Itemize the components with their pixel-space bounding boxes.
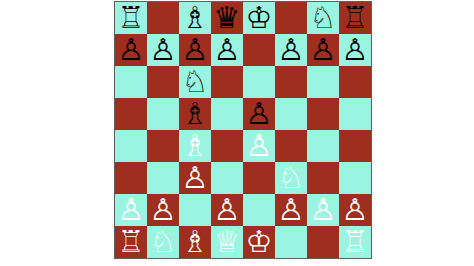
square-c1[interactable]: ♗ [179,226,211,258]
square-b6[interactable] [147,66,179,98]
piece-black-pawn[interactable]: ♙ [342,34,369,66]
square-a2[interactable]: ♙ [115,194,147,226]
square-g7[interactable]: ♙ [307,34,339,66]
square-f7[interactable]: ♙ [275,34,307,66]
square-b7[interactable]: ♙ [147,34,179,66]
square-d3[interactable] [211,162,243,194]
square-a3[interactable] [115,162,147,194]
square-a6[interactable] [115,66,147,98]
piece-black-bishop[interactable]: ♗ [182,2,209,34]
square-g2[interactable]: ♙ [307,194,339,226]
square-f6[interactable] [275,66,307,98]
square-h4[interactable] [339,130,371,162]
square-d4[interactable] [211,130,243,162]
square-e8[interactable]: ♔ [243,2,275,34]
square-h5[interactable] [339,98,371,130]
square-b2[interactable]: ♙ [147,194,179,226]
square-g3[interactable] [307,162,339,194]
square-a7[interactable]: ♙ [115,34,147,66]
square-f5[interactable] [275,98,307,130]
chess-board: ♖♗♛♔♘♖♙♙♙♙♙♙♙♘♗♙♗♙♙♘♙♙♙♙♙♙♖♘♗♕♔♖ [114,1,372,259]
piece-black-king[interactable]: ♔ [246,2,273,34]
square-h2[interactable]: ♙ [339,194,371,226]
square-c8[interactable]: ♗ [179,2,211,34]
square-b5[interactable] [147,98,179,130]
square-c6[interactable]: ♘ [179,66,211,98]
square-a1[interactable]: ♖ [115,226,147,258]
piece-black-bishop[interactable]: ♗ [182,98,209,130]
piece-white-bishop[interactable]: ♗ [182,226,209,258]
square-e4[interactable]: ♙ [243,130,275,162]
piece-white-rook[interactable]: ♖ [342,226,369,258]
piece-black-rook[interactable]: ♖ [342,2,369,34]
square-f1[interactable] [275,226,307,258]
square-d2[interactable]: ♙ [211,194,243,226]
piece-white-pawn[interactable]: ♙ [278,194,305,226]
square-g8[interactable]: ♘ [307,2,339,34]
square-b4[interactable] [147,130,179,162]
piece-black-pawn[interactable]: ♙ [150,34,177,66]
square-g5[interactable] [307,98,339,130]
square-e1[interactable]: ♔ [243,226,275,258]
piece-white-bishop[interactable]: ♗ [182,130,209,162]
square-c3[interactable]: ♙ [179,162,211,194]
square-e6[interactable] [243,66,275,98]
square-g1[interactable] [307,226,339,258]
piece-black-knight[interactable]: ♘ [182,66,209,98]
piece-black-pawn[interactable]: ♙ [214,34,241,66]
square-h8[interactable]: ♖ [339,2,371,34]
piece-black-pawn[interactable]: ♙ [182,34,209,66]
piece-white-pawn[interactable]: ♙ [310,194,337,226]
square-d1[interactable]: ♕ [211,226,243,258]
piece-black-pawn[interactable]: ♙ [310,34,337,66]
square-c2[interactable] [179,194,211,226]
piece-white-pawn[interactable]: ♙ [182,162,209,194]
piece-white-pawn[interactable]: ♙ [214,194,241,226]
piece-black-pawn[interactable]: ♙ [118,34,145,66]
square-f8[interactable] [275,2,307,34]
piece-white-king[interactable]: ♔ [246,226,273,258]
square-b3[interactable] [147,162,179,194]
square-f3[interactable]: ♘ [275,162,307,194]
square-h7[interactable]: ♙ [339,34,371,66]
piece-white-pawn[interactable]: ♙ [118,194,145,226]
piece-black-queen[interactable]: ♛ [214,2,241,34]
page: ♖♗♛♔♘♖♙♙♙♙♙♙♙♘♗♙♗♙♙♘♙♙♙♙♙♙♖♘♗♕♔♖ [0,0,474,266]
piece-white-pawn[interactable]: ♙ [246,130,273,162]
square-g6[interactable] [307,66,339,98]
piece-black-knight[interactable]: ♘ [310,2,337,34]
square-h1[interactable]: ♖ [339,226,371,258]
square-g4[interactable] [307,130,339,162]
square-c5[interactable]: ♗ [179,98,211,130]
square-a4[interactable] [115,130,147,162]
square-f4[interactable] [275,130,307,162]
piece-white-pawn[interactable]: ♙ [150,194,177,226]
square-d7[interactable]: ♙ [211,34,243,66]
square-d8[interactable]: ♛ [211,2,243,34]
square-e3[interactable] [243,162,275,194]
piece-black-rook[interactable]: ♖ [118,2,145,34]
piece-white-queen[interactable]: ♕ [214,226,241,258]
square-a8[interactable]: ♖ [115,2,147,34]
piece-black-pawn[interactable]: ♙ [246,98,273,130]
square-h3[interactable] [339,162,371,194]
square-b8[interactable] [147,2,179,34]
square-d6[interactable] [211,66,243,98]
piece-white-knight[interactable]: ♘ [278,162,305,194]
square-h6[interactable] [339,66,371,98]
square-e2[interactable] [243,194,275,226]
square-c4[interactable]: ♗ [179,130,211,162]
square-e5[interactable]: ♙ [243,98,275,130]
piece-black-pawn[interactable]: ♙ [278,34,305,66]
square-f2[interactable]: ♙ [275,194,307,226]
square-a5[interactable] [115,98,147,130]
piece-white-knight[interactable]: ♘ [150,226,177,258]
square-d5[interactable] [211,98,243,130]
piece-white-rook[interactable]: ♖ [118,226,145,258]
piece-white-pawn[interactable]: ♙ [342,194,369,226]
square-e7[interactable] [243,34,275,66]
square-c7[interactable]: ♙ [179,34,211,66]
square-b1[interactable]: ♘ [147,226,179,258]
